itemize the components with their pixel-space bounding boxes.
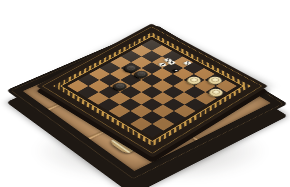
product-photo [0, 0, 290, 187]
